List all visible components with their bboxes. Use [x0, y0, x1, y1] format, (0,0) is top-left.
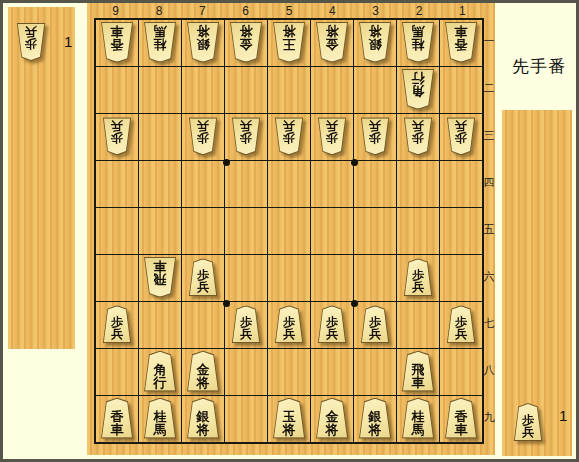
square-7-6[interactable]: 歩兵 [182, 255, 224, 301]
piece-face: 香車 [445, 399, 477, 438]
sente-piece[interactable]: 歩兵 [513, 403, 543, 441]
piece-body: 歩兵 [317, 117, 347, 155]
gote-piece[interactable]: 歩兵 [403, 117, 433, 155]
piece-kanji: 歩兵 [197, 269, 209, 294]
star-point [351, 159, 358, 166]
piece-kanji: 歩兵 [283, 316, 295, 341]
piece-body: 歩兵 [188, 117, 218, 155]
square-9-9[interactable]: 香車 [96, 396, 138, 442]
square-2-2[interactable]: 角行 [397, 67, 439, 113]
square-5-5[interactable] [268, 208, 310, 254]
sente-piece[interactable]: 角行 [143, 351, 177, 392]
file-label-9: 9 [94, 3, 137, 19]
square-9-2[interactable] [96, 67, 138, 113]
sente-piece[interactable]: 金将 [186, 351, 220, 392]
piece-body: 金将 [186, 351, 220, 392]
square-1-4[interactable] [440, 161, 482, 207]
square-8-2[interactable] [139, 67, 181, 113]
gote-piece[interactable]: 歩兵 [274, 117, 304, 155]
piece-kanji: 香車 [111, 409, 124, 436]
sente-hand-pawn-count: 1 [559, 407, 567, 424]
piece-body: 銀将 [186, 398, 220, 439]
piece-kanji: 桂馬 [154, 24, 167, 51]
square-3-4[interactable] [354, 161, 396, 207]
square-7-4[interactable] [182, 161, 224, 207]
piece-body: 桂馬 [401, 398, 435, 439]
piece-face: 銀将 [359, 399, 391, 438]
square-4-4[interactable] [311, 161, 353, 207]
sente-piece[interactable]: 香車 [444, 398, 478, 439]
piece-body: 歩兵 [231, 117, 261, 155]
turn-indicator: 先手番 [503, 55, 575, 78]
square-7-8[interactable]: 金将 [182, 349, 224, 395]
square-3-1[interactable]: 銀将 [354, 20, 396, 66]
rank-label-6: 六 [483, 253, 495, 300]
square-2-3[interactable]: 歩兵 [397, 114, 439, 160]
piece-kanji: 飛車 [154, 259, 167, 286]
sente-piece[interactable]: 飛車 [401, 351, 435, 392]
piece-body: 香車 [444, 22, 478, 63]
rank-label-1: 一 [483, 18, 495, 65]
square-5-3[interactable]: 歩兵 [268, 114, 310, 160]
square-3-9[interactable]: 銀将 [354, 396, 396, 442]
square-8-5[interactable] [139, 208, 181, 254]
piece-face: 金将 [187, 352, 219, 391]
square-3-5[interactable] [354, 208, 396, 254]
piece-body: 飛車 [143, 257, 177, 298]
piece-body: 銀将 [186, 22, 220, 63]
piece-face: 歩兵 [318, 306, 346, 342]
square-6-3[interactable]: 歩兵 [225, 114, 267, 160]
rank-labels: 一二三四五六七八九 [483, 18, 495, 441]
sente-piece[interactable]: 桂馬 [401, 398, 435, 439]
square-8-8[interactable]: 角行 [139, 349, 181, 395]
sente-piece[interactable]: 歩兵 [360, 305, 390, 343]
piece-face: 桂馬 [144, 23, 176, 62]
piece-kanji: 歩兵 [326, 316, 338, 341]
piece-kanji: 歩兵 [240, 119, 252, 144]
rank-label-2: 二 [483, 65, 495, 112]
piece-body: 香車 [100, 398, 134, 439]
piece-kanji: 歩兵 [412, 269, 424, 294]
piece-body: 歩兵 [102, 305, 132, 343]
gote-piece[interactable]: 飛車 [143, 257, 177, 298]
square-1-8[interactable] [440, 349, 482, 395]
piece-face: 歩兵 [404, 118, 432, 154]
square-9-6[interactable] [96, 255, 138, 301]
piece-body: 歩兵 [403, 117, 433, 155]
piece-face: 香車 [101, 399, 133, 438]
square-8-4[interactable] [139, 161, 181, 207]
square-4-7[interactable]: 歩兵 [311, 302, 353, 348]
piece-body: 歩兵 [513, 403, 543, 441]
square-3-2[interactable] [354, 67, 396, 113]
star-point [223, 159, 230, 166]
file-label-6: 6 [224, 3, 267, 19]
square-2-1[interactable]: 桂馬 [397, 20, 439, 66]
piece-kanji: 歩兵 [25, 25, 37, 50]
piece-face: 歩兵 [232, 306, 260, 342]
sente-piece[interactable]: 金将 [315, 398, 349, 439]
piece-kanji: 桂馬 [154, 409, 167, 436]
gote-piece[interactable]: 歩兵 [231, 117, 261, 155]
square-5-2[interactable] [268, 67, 310, 113]
piece-kanji: 歩兵 [197, 119, 209, 144]
sente-piece[interactable]: 銀将 [358, 398, 392, 439]
gote-piece[interactable]: 桂馬 [143, 22, 177, 63]
piece-body: 王将 [272, 22, 306, 63]
piece-face: 歩兵 [232, 118, 260, 154]
square-7-9[interactable]: 銀将 [182, 396, 224, 442]
square-9-1[interactable]: 香車 [96, 20, 138, 66]
file-label-7: 7 [181, 3, 224, 19]
gote-piece[interactable]: 歩兵 [16, 23, 46, 61]
rank-label-4: 四 [483, 159, 495, 206]
gote-piece[interactable]: 桂馬 [401, 22, 435, 63]
piece-face: 歩兵 [318, 118, 346, 154]
piece-face: 金将 [230, 23, 262, 62]
sente-piece[interactable]: 歩兵 [274, 305, 304, 343]
piece-kanji: 金将 [326, 409, 339, 436]
piece-kanji: 歩兵 [369, 316, 381, 341]
piece-kanji: 歩兵 [283, 119, 295, 144]
gote-piece[interactable]: 歩兵 [360, 117, 390, 155]
rank-label-7: 七 [483, 300, 495, 347]
piece-kanji: 金将 [240, 24, 253, 51]
piece-kanji: 香車 [455, 409, 468, 436]
piece-face: 角行 [402, 70, 434, 109]
gote-hand-pawn-count: 1 [64, 33, 72, 50]
square-6-2[interactable] [225, 67, 267, 113]
square-7-7[interactable] [182, 302, 224, 348]
piece-kanji: 歩兵 [369, 119, 381, 144]
gote-piece[interactable]: 金将 [315, 22, 349, 63]
piece-body: 歩兵 [360, 305, 390, 343]
piece-kanji: 銀将 [369, 409, 382, 436]
sente-hand-pawn[interactable]: 歩兵 [513, 403, 543, 441]
square-2-4[interactable] [397, 161, 439, 207]
piece-face: 桂馬 [402, 23, 434, 62]
piece-kanji: 歩兵 [111, 119, 123, 144]
gote-piece[interactable]: 角行 [401, 69, 435, 110]
file-label-8: 8 [137, 3, 180, 19]
gote-piece[interactable]: 金将 [229, 22, 263, 63]
square-3-8[interactable] [354, 349, 396, 395]
square-1-3[interactable]: 歩兵 [440, 114, 482, 160]
piece-body: 歩兵 [360, 117, 390, 155]
piece-face: 歩兵 [514, 404, 542, 440]
piece-kanji: 金将 [326, 24, 339, 51]
piece-kanji: 桂馬 [412, 24, 425, 51]
square-7-5[interactable] [182, 208, 224, 254]
square-2-8[interactable]: 飛車 [397, 349, 439, 395]
square-8-9[interactable]: 桂馬 [139, 396, 181, 442]
square-5-4[interactable] [268, 161, 310, 207]
piece-face: 桂馬 [144, 399, 176, 438]
gote-piece[interactable]: 香車 [100, 22, 134, 63]
square-7-2[interactable] [182, 67, 224, 113]
rank-label-5: 五 [483, 206, 495, 253]
gote-piece[interactable]: 歩兵 [188, 117, 218, 155]
piece-kanji: 歩兵 [522, 414, 534, 439]
square-2-5[interactable] [397, 208, 439, 254]
piece-kanji: 歩兵 [455, 316, 467, 341]
piece-face: 歩兵 [103, 306, 131, 342]
piece-kanji: 玉将 [283, 409, 296, 436]
piece-face: 銀将 [187, 23, 219, 62]
square-8-6[interactable]: 飛車 [139, 255, 181, 301]
piece-body: 角行 [401, 69, 435, 110]
piece-body: 歩兵 [231, 305, 261, 343]
sente-piece[interactable]: 歩兵 [403, 258, 433, 296]
square-6-1[interactable]: 金将 [225, 20, 267, 66]
rank-label-9: 九 [483, 394, 495, 441]
sente-piece[interactable]: 歩兵 [102, 305, 132, 343]
piece-kanji: 香車 [111, 24, 124, 51]
piece-face: 歩兵 [447, 306, 475, 342]
sente-komadai: 歩兵 1 [502, 110, 572, 456]
piece-kanji: 歩兵 [455, 119, 467, 144]
piece-body: 香車 [100, 22, 134, 63]
piece-body: 金将 [229, 22, 263, 63]
piece-kanji: 王将 [283, 24, 296, 51]
square-4-6[interactable] [311, 255, 353, 301]
file-label-3: 3 [354, 3, 397, 19]
gote-piece[interactable]: 銀将 [186, 22, 220, 63]
square-5-6[interactable] [268, 255, 310, 301]
piece-kanji: 銀将 [197, 409, 210, 436]
file-label-5: 5 [267, 3, 310, 19]
square-4-9[interactable]: 金将 [311, 396, 353, 442]
piece-body: 桂馬 [143, 398, 177, 439]
piece-kanji: 角行 [154, 362, 167, 389]
piece-face: 歩兵 [404, 259, 432, 295]
board-grid[interactable]: 香車桂馬銀将金将王将金将銀将桂馬香車角行歩兵歩兵歩兵歩兵歩兵歩兵歩兵歩兵飛車歩兵… [94, 18, 484, 444]
piece-kanji: 銀将 [197, 24, 210, 51]
piece-kanji: 香車 [455, 24, 468, 51]
gote-piece[interactable]: 銀将 [358, 22, 392, 63]
piece-face: 歩兵 [361, 306, 389, 342]
piece-face: 飛車 [402, 352, 434, 391]
piece-kanji: 銀将 [369, 24, 382, 51]
piece-face: 香車 [101, 23, 133, 62]
piece-body: 香車 [444, 398, 478, 439]
gote-piece[interactable]: 王将 [272, 22, 306, 63]
square-1-9[interactable]: 香車 [440, 396, 482, 442]
square-6-4[interactable] [225, 161, 267, 207]
piece-face: 歩兵 [361, 118, 389, 154]
shogi-app-window: 歩兵 1 987654321 香車桂馬銀将金将王将金将銀将桂馬香車角行歩兵歩兵歩… [0, 0, 579, 462]
square-5-1[interactable]: 王将 [268, 20, 310, 66]
square-6-9[interactable] [225, 396, 267, 442]
piece-body: 歩兵 [188, 258, 218, 296]
square-3-6[interactable] [354, 255, 396, 301]
file-label-2: 2 [397, 3, 440, 19]
piece-kanji: 桂馬 [412, 409, 425, 436]
star-point [223, 300, 230, 307]
piece-kanji: 歩兵 [326, 119, 338, 144]
piece-body: 銀将 [358, 22, 392, 63]
square-9-8[interactable] [96, 349, 138, 395]
square-1-1[interactable]: 香車 [440, 20, 482, 66]
square-6-7[interactable]: 歩兵 [225, 302, 267, 348]
rank-label-3: 三 [483, 112, 495, 159]
square-9-5[interactable] [96, 208, 138, 254]
piece-body: 飛車 [401, 351, 435, 392]
file-label-1: 1 [441, 3, 484, 19]
square-4-2[interactable] [311, 67, 353, 113]
square-2-9[interactable]: 桂馬 [397, 396, 439, 442]
sente-piece[interactable]: 桂馬 [143, 398, 177, 439]
piece-face: 歩兵 [275, 306, 303, 342]
square-9-7[interactable]: 歩兵 [96, 302, 138, 348]
piece-face: 歩兵 [275, 118, 303, 154]
piece-face: 角行 [144, 352, 176, 391]
file-label-4: 4 [311, 3, 354, 19]
piece-kanji: 歩兵 [412, 119, 424, 144]
piece-face: 歩兵 [447, 118, 475, 154]
piece-face: 王将 [273, 23, 305, 62]
sente-piece[interactable]: 玉将 [272, 398, 306, 439]
sente-piece[interactable]: 歩兵 [446, 305, 476, 343]
piece-face: 銀将 [187, 399, 219, 438]
star-point [351, 300, 358, 307]
square-4-8[interactable] [311, 349, 353, 395]
square-6-5[interactable] [225, 208, 267, 254]
piece-face: 歩兵 [17, 24, 45, 60]
square-7-1[interactable]: 銀将 [182, 20, 224, 66]
gote-piece[interactable]: 香車 [444, 22, 478, 63]
piece-body: 金将 [315, 22, 349, 63]
piece-face: 飛車 [144, 258, 176, 297]
square-8-7[interactable] [139, 302, 181, 348]
square-9-4[interactable] [96, 161, 138, 207]
square-6-8[interactable] [225, 349, 267, 395]
piece-body: 銀将 [358, 398, 392, 439]
sente-piece[interactable]: 歩兵 [231, 305, 261, 343]
piece-body: 歩兵 [274, 305, 304, 343]
piece-body: 角行 [143, 351, 177, 392]
file-labels: 987654321 [94, 3, 484, 19]
gote-piece[interactable]: 歩兵 [102, 117, 132, 155]
square-9-3[interactable]: 歩兵 [96, 114, 138, 160]
piece-face: 銀将 [359, 23, 391, 62]
piece-body: 歩兵 [274, 117, 304, 155]
piece-kanji: 飛車 [412, 362, 425, 389]
square-1-2[interactable] [440, 67, 482, 113]
square-8-1[interactable]: 桂馬 [139, 20, 181, 66]
sente-piece[interactable]: 歩兵 [188, 258, 218, 296]
square-3-3[interactable]: 歩兵 [354, 114, 396, 160]
piece-body: 歩兵 [16, 23, 46, 61]
piece-face: 歩兵 [189, 118, 217, 154]
piece-kanji: 角行 [412, 71, 425, 98]
shogi-board-panel: 987654321 香車桂馬銀将金将王将金将銀将桂馬香車角行歩兵歩兵歩兵歩兵歩兵… [87, 3, 495, 455]
square-2-7[interactable] [397, 302, 439, 348]
piece-body: 歩兵 [102, 117, 132, 155]
piece-body: 歩兵 [446, 117, 476, 155]
square-1-7[interactable]: 歩兵 [440, 302, 482, 348]
rank-label-8: 八 [483, 347, 495, 394]
square-1-5[interactable] [440, 208, 482, 254]
square-1-6[interactable] [440, 255, 482, 301]
piece-body: 桂馬 [143, 22, 177, 63]
square-5-8[interactable] [268, 349, 310, 395]
gote-piece[interactable]: 歩兵 [446, 117, 476, 155]
piece-face: 歩兵 [189, 259, 217, 295]
square-4-5[interactable] [311, 208, 353, 254]
square-5-7[interactable]: 歩兵 [268, 302, 310, 348]
piece-body: 歩兵 [317, 305, 347, 343]
square-4-3[interactable]: 歩兵 [311, 114, 353, 160]
gote-piece[interactable]: 歩兵 [317, 117, 347, 155]
square-7-3[interactable]: 歩兵 [182, 114, 224, 160]
piece-face: 玉将 [273, 399, 305, 438]
sente-piece[interactable]: 歩兵 [317, 305, 347, 343]
piece-kanji: 歩兵 [240, 316, 252, 341]
square-5-9[interactable]: 玉将 [268, 396, 310, 442]
piece-kanji: 金将 [197, 362, 210, 389]
square-6-6[interactable] [225, 255, 267, 301]
gote-komadai: 歩兵 1 [8, 7, 75, 349]
sente-piece[interactable]: 香車 [100, 398, 134, 439]
gote-hand-pawn[interactable]: 歩兵 [16, 23, 46, 61]
piece-kanji: 歩兵 [111, 316, 123, 341]
piece-body: 玉将 [272, 398, 306, 439]
piece-body: 金将 [315, 398, 349, 439]
square-8-3[interactable] [139, 114, 181, 160]
square-2-6[interactable]: 歩兵 [397, 255, 439, 301]
piece-face: 香車 [445, 23, 477, 62]
square-3-7[interactable]: 歩兵 [354, 302, 396, 348]
sente-piece[interactable]: 銀将 [186, 398, 220, 439]
piece-face: 金将 [316, 23, 348, 62]
piece-body: 歩兵 [446, 305, 476, 343]
piece-face: 桂馬 [402, 399, 434, 438]
piece-face: 金将 [316, 399, 348, 438]
piece-body: 桂馬 [401, 22, 435, 63]
square-4-1[interactable]: 金将 [311, 20, 353, 66]
piece-body: 歩兵 [403, 258, 433, 296]
piece-face: 歩兵 [103, 118, 131, 154]
